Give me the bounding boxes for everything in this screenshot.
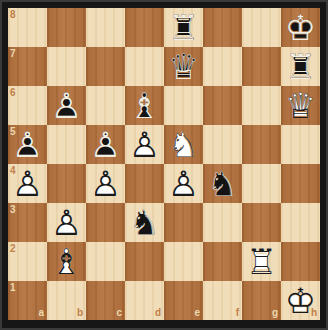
square-c4[interactable]: ♟♙ bbox=[86, 164, 125, 203]
rank-label-6: 6 bbox=[10, 88, 16, 98]
black-pawn-icon[interactable]: ♟♙ bbox=[8, 125, 47, 164]
square-g5[interactable] bbox=[242, 125, 281, 164]
square-g3[interactable] bbox=[242, 203, 281, 242]
white-pawn-icon[interactable]: ♟♙ bbox=[125, 125, 164, 164]
file-label-a: a bbox=[38, 308, 44, 318]
white-rook-icon[interactable]: ♜♖ bbox=[242, 242, 281, 281]
square-d2[interactable] bbox=[125, 242, 164, 281]
square-a8[interactable]: 8 bbox=[8, 8, 47, 47]
square-g6[interactable] bbox=[242, 86, 281, 125]
square-e5[interactable]: ♞♘ bbox=[164, 125, 203, 164]
square-f1[interactable]: f bbox=[203, 281, 242, 320]
square-h5[interactable] bbox=[281, 125, 320, 164]
chess-app-screen: 8♜♖♚♔7♛♕♜♖6♟♙♝♗♛♕5♟♙♟♙♟♙♞♘4♟♙♟♙♟♙♞♘3♟♙♞♘… bbox=[0, 0, 328, 330]
file-label-b: b bbox=[77, 308, 83, 318]
square-d7[interactable] bbox=[125, 47, 164, 86]
square-a5[interactable]: 5♟♙ bbox=[8, 125, 47, 164]
square-e4[interactable]: ♟♙ bbox=[164, 164, 203, 203]
black-knight-icon[interactable]: ♞♘ bbox=[125, 203, 164, 242]
square-h3[interactable] bbox=[281, 203, 320, 242]
square-b1[interactable]: b bbox=[47, 281, 86, 320]
square-b4[interactable] bbox=[47, 164, 86, 203]
file-label-g: g bbox=[272, 308, 278, 318]
square-f8[interactable] bbox=[203, 8, 242, 47]
square-d5[interactable]: ♟♙ bbox=[125, 125, 164, 164]
square-c1[interactable]: c bbox=[86, 281, 125, 320]
file-label-e: e bbox=[194, 308, 200, 318]
square-d3[interactable]: ♞♘ bbox=[125, 203, 164, 242]
square-c8[interactable] bbox=[86, 8, 125, 47]
square-f3[interactable] bbox=[203, 203, 242, 242]
black-knight-icon[interactable]: ♞♘ bbox=[203, 164, 242, 203]
square-e1[interactable]: e bbox=[164, 281, 203, 320]
black-bishop-icon[interactable]: ♝♗ bbox=[125, 86, 164, 125]
rank-label-2: 2 bbox=[10, 244, 16, 254]
square-e7[interactable]: ♛♕ bbox=[164, 47, 203, 86]
file-label-c: c bbox=[116, 308, 122, 318]
square-f5[interactable] bbox=[203, 125, 242, 164]
file-label-d: d bbox=[155, 308, 161, 318]
black-queen-icon[interactable]: ♛♕ bbox=[164, 47, 203, 86]
square-d4[interactable] bbox=[125, 164, 164, 203]
white-bishop-icon[interactable]: ♝♗ bbox=[47, 242, 86, 281]
square-e2[interactable] bbox=[164, 242, 203, 281]
square-c7[interactable] bbox=[86, 47, 125, 86]
square-e8[interactable]: ♜♖ bbox=[164, 8, 203, 47]
square-c5[interactable]: ♟♙ bbox=[86, 125, 125, 164]
square-b8[interactable] bbox=[47, 8, 86, 47]
square-b2[interactable]: ♝♗ bbox=[47, 242, 86, 281]
rank-label-7: 7 bbox=[10, 49, 16, 59]
square-f2[interactable] bbox=[203, 242, 242, 281]
black-pawn-icon[interactable]: ♟♙ bbox=[86, 125, 125, 164]
square-c6[interactable] bbox=[86, 86, 125, 125]
black-pawn-icon[interactable]: ♟♙ bbox=[47, 86, 86, 125]
rank-label-1: 1 bbox=[10, 283, 16, 293]
square-g7[interactable] bbox=[242, 47, 281, 86]
square-h2[interactable] bbox=[281, 242, 320, 281]
square-a4[interactable]: 4♟♙ bbox=[8, 164, 47, 203]
square-b5[interactable] bbox=[47, 125, 86, 164]
square-b7[interactable] bbox=[47, 47, 86, 86]
white-pawn-icon[interactable]: ♟♙ bbox=[8, 164, 47, 203]
square-a7[interactable]: 7 bbox=[8, 47, 47, 86]
chess-board: 8♜♖♚♔7♛♕♜♖6♟♙♝♗♛♕5♟♙♟♙♟♙♞♘4♟♙♟♙♟♙♞♘3♟♙♞♘… bbox=[8, 8, 320, 320]
square-d1[interactable]: d bbox=[125, 281, 164, 320]
rank-label-8: 8 bbox=[10, 10, 16, 20]
white-pawn-icon[interactable]: ♟♙ bbox=[164, 164, 203, 203]
square-h4[interactable] bbox=[281, 164, 320, 203]
square-b3[interactable]: ♟♙ bbox=[47, 203, 86, 242]
square-d6[interactable]: ♝♗ bbox=[125, 86, 164, 125]
square-h8[interactable]: ♚♔ bbox=[281, 8, 320, 47]
black-rook-icon[interactable]: ♜♖ bbox=[164, 8, 203, 47]
black-king-icon[interactable]: ♚♔ bbox=[281, 8, 320, 47]
square-a6[interactable]: 6 bbox=[8, 86, 47, 125]
square-h6[interactable]: ♛♕ bbox=[281, 86, 320, 125]
square-d8[interactable] bbox=[125, 8, 164, 47]
square-f4[interactable]: ♞♘ bbox=[203, 164, 242, 203]
black-rook-icon[interactable]: ♜♖ bbox=[281, 47, 320, 86]
square-e6[interactable] bbox=[164, 86, 203, 125]
white-pawn-icon[interactable]: ♟♙ bbox=[86, 164, 125, 203]
square-a1[interactable]: 1a bbox=[8, 281, 47, 320]
white-queen-icon[interactable]: ♛♕ bbox=[281, 86, 320, 125]
square-g4[interactable] bbox=[242, 164, 281, 203]
square-e3[interactable] bbox=[164, 203, 203, 242]
square-h1[interactable]: h♚♔ bbox=[281, 281, 320, 320]
square-b6[interactable]: ♟♙ bbox=[47, 86, 86, 125]
white-pawn-icon[interactable]: ♟♙ bbox=[47, 203, 86, 242]
white-king-icon[interactable]: ♚♔ bbox=[281, 281, 320, 320]
square-f7[interactable] bbox=[203, 47, 242, 86]
file-label-f: f bbox=[236, 308, 239, 318]
square-g2[interactable]: ♜♖ bbox=[242, 242, 281, 281]
white-knight-icon[interactable]: ♞♘ bbox=[164, 125, 203, 164]
square-a2[interactable]: 2 bbox=[8, 242, 47, 281]
square-g1[interactable]: g bbox=[242, 281, 281, 320]
square-c2[interactable] bbox=[86, 242, 125, 281]
square-f6[interactable] bbox=[203, 86, 242, 125]
square-h7[interactable]: ♜♖ bbox=[281, 47, 320, 86]
square-a3[interactable]: 3 bbox=[8, 203, 47, 242]
rank-label-3: 3 bbox=[10, 205, 16, 215]
square-c3[interactable] bbox=[86, 203, 125, 242]
square-g8[interactable] bbox=[242, 8, 281, 47]
